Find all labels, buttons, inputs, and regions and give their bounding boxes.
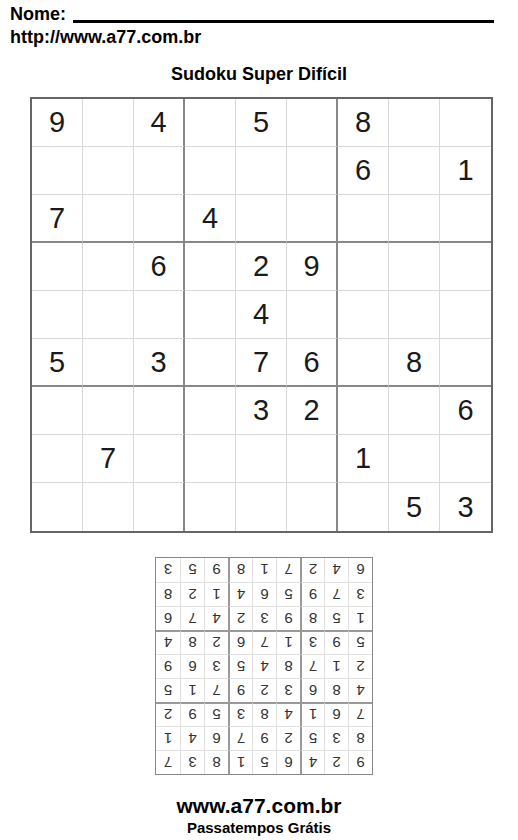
solution-cell-r2c7: 6 xyxy=(204,726,228,750)
puzzle-cell-r5c3 xyxy=(134,291,185,339)
puzzle-cell-r6c5: 7 xyxy=(236,339,287,387)
puzzle-cell-r8c8 xyxy=(389,435,440,483)
puzzle-cell-r6c2 xyxy=(83,339,134,387)
solution-cell-r9c2: 4 xyxy=(324,558,348,582)
puzzle-cell-r4c3: 6 xyxy=(134,243,185,291)
puzzle-cell-r8c1 xyxy=(32,435,83,483)
solution-cell-r6c4: 1 xyxy=(276,630,300,654)
puzzle-cell-r1c8 xyxy=(389,99,440,147)
solution-cell-r4c5: 2 xyxy=(252,678,276,702)
solution-cell-r3c3: 1 xyxy=(300,702,324,726)
solution-cell-r5c9: 9 xyxy=(156,654,180,678)
puzzle-cell-r7c1 xyxy=(32,387,83,435)
solution-cell-r2c2: 3 xyxy=(324,726,348,750)
solution-cell-r6c7: 2 xyxy=(204,630,228,654)
solution-cell-r9c5: 1 xyxy=(252,558,276,582)
puzzle-cell-r7c5: 3 xyxy=(236,387,287,435)
puzzle-cell-r6c8: 8 xyxy=(389,339,440,387)
puzzle-cell-r9c6 xyxy=(287,483,338,531)
solution-cell-r4c3: 6 xyxy=(300,678,324,702)
solution-cell-r8c5: 6 xyxy=(252,582,276,606)
puzzle-cell-r6c6: 6 xyxy=(287,339,338,387)
solution-cell-r9c1: 6 xyxy=(348,558,372,582)
puzzle-cell-r3c2 xyxy=(83,195,134,243)
solution-cell-r9c8: 5 xyxy=(180,558,204,582)
puzzle-cell-r9c1 xyxy=(32,483,83,531)
solution-cell-r8c3: 9 xyxy=(300,582,324,606)
solution-cell-r9c6: 8 xyxy=(228,558,252,582)
puzzle-cell-r4c8 xyxy=(389,243,440,291)
puzzle-cell-r8c6 xyxy=(287,435,338,483)
puzzle-cell-r5c2 xyxy=(83,291,134,339)
puzzle-cell-r5c5: 4 xyxy=(236,291,287,339)
puzzle-cell-r4c2 xyxy=(83,243,134,291)
solution-cell-r7c2: 5 xyxy=(324,606,348,630)
solution-cell-r8c1: 3 xyxy=(348,582,372,606)
solution-cell-r6c1: 5 xyxy=(348,630,372,654)
solution-grid: 9246518378352976417614835924863297152178… xyxy=(155,557,373,775)
puzzle-cell-r2c9: 1 xyxy=(440,147,491,195)
solution-cell-r3c5: 8 xyxy=(252,702,276,726)
puzzle-cell-r5c4 xyxy=(185,291,236,339)
puzzle-cell-r6c9 xyxy=(440,339,491,387)
puzzle-cell-r4c6: 9 xyxy=(287,243,338,291)
puzzle-cell-r3c3 xyxy=(134,195,185,243)
solution-cell-r6c8: 8 xyxy=(180,630,204,654)
solution-cell-r6c2: 9 xyxy=(324,630,348,654)
solution-cell-r2c6: 7 xyxy=(228,726,252,750)
solution-cell-r5c4: 8 xyxy=(276,654,300,678)
puzzle-cell-r1c3: 4 xyxy=(134,99,185,147)
puzzle-cell-r9c3 xyxy=(134,483,185,531)
puzzle-cell-r2c6 xyxy=(287,147,338,195)
solution-cell-r1c9: 7 xyxy=(156,750,180,774)
solution-cell-r1c1: 9 xyxy=(348,750,372,774)
puzzle-cell-r2c3 xyxy=(134,147,185,195)
puzzle-cell-r1c2 xyxy=(83,99,134,147)
solution-cell-r1c8: 3 xyxy=(180,750,204,774)
solution-cell-r3c6: 3 xyxy=(228,702,252,726)
solution-cell-r4c7: 7 xyxy=(204,678,228,702)
puzzle-cell-r3c7 xyxy=(338,195,389,243)
puzzle-cell-r6c4 xyxy=(185,339,236,387)
solution-cell-r3c8: 9 xyxy=(180,702,204,726)
solution-cell-r6c5: 7 xyxy=(252,630,276,654)
solution-cell-r8c9: 8 xyxy=(156,582,180,606)
puzzle-cell-r3c6 xyxy=(287,195,338,243)
puzzle-cell-r1c1: 9 xyxy=(32,99,83,147)
puzzle-cell-r4c9 xyxy=(440,243,491,291)
solution-cell-r3c1: 7 xyxy=(348,702,372,726)
solution-cell-r6c9: 4 xyxy=(156,630,180,654)
solution-cell-r3c2: 6 xyxy=(324,702,348,726)
puzzle-cell-r5c6 xyxy=(287,291,338,339)
puzzle-cell-r8c5 xyxy=(236,435,287,483)
puzzle-cell-r4c4 xyxy=(185,243,236,291)
puzzle-cell-r2c8 xyxy=(389,147,440,195)
solution-cell-r4c1: 4 xyxy=(348,678,372,702)
solution-cell-r5c3: 7 xyxy=(300,654,324,678)
name-label: Nome: xyxy=(10,4,66,25)
solution-cell-r5c1: 2 xyxy=(348,654,372,678)
puzzle-cell-r6c1: 5 xyxy=(32,339,83,387)
puzzle-cell-r5c7 xyxy=(338,291,389,339)
puzzle-cell-r1c6 xyxy=(287,99,338,147)
puzzle-cell-r9c5 xyxy=(236,483,287,531)
solution-cell-r2c4: 2 xyxy=(276,726,300,750)
solution-cell-r1c4: 6 xyxy=(276,750,300,774)
solution-cell-r1c3: 4 xyxy=(300,750,324,774)
puzzle-cell-r5c1 xyxy=(32,291,83,339)
puzzle-cell-r3c8 xyxy=(389,195,440,243)
puzzle-cell-r9c2 xyxy=(83,483,134,531)
puzzle-cell-r9c7 xyxy=(338,483,389,531)
solution-cell-r7c4: 9 xyxy=(276,606,300,630)
solution-cell-r4c2: 8 xyxy=(324,678,348,702)
puzzle-cell-r1c7: 8 xyxy=(338,99,389,147)
puzzle-cell-r6c3: 3 xyxy=(134,339,185,387)
puzzle-cell-r2c7: 6 xyxy=(338,147,389,195)
footer-site: www.a77.com.br xyxy=(0,794,518,818)
puzzle-cell-r7c6: 2 xyxy=(287,387,338,435)
puzzle-cell-r4c7 xyxy=(338,243,389,291)
solution-cell-r9c3: 2 xyxy=(300,558,324,582)
solution-cell-r9c4: 7 xyxy=(276,558,300,582)
solution-cell-r6c6: 6 xyxy=(228,630,252,654)
puzzle-cell-r3c1: 7 xyxy=(32,195,83,243)
solution-cell-r5c7: 3 xyxy=(204,654,228,678)
name-blank-line xyxy=(73,20,494,23)
solution-cell-r3c7: 5 xyxy=(204,702,228,726)
puzzle-cell-r9c8: 5 xyxy=(389,483,440,531)
puzzle-cell-r2c4 xyxy=(185,147,236,195)
solution-cell-r5c6: 5 xyxy=(228,654,252,678)
solution-cell-r7c8: 7 xyxy=(180,606,204,630)
puzzle-cell-r7c7 xyxy=(338,387,389,435)
solution-cell-r1c5: 5 xyxy=(252,750,276,774)
solution-cell-r6c3: 3 xyxy=(300,630,324,654)
solution-cell-r8c8: 2 xyxy=(180,582,204,606)
puzzle-cell-r7c3 xyxy=(134,387,185,435)
solution-cell-r7c6: 2 xyxy=(228,606,252,630)
puzzle-cell-r3c4: 4 xyxy=(185,195,236,243)
solution-cell-r8c4: 5 xyxy=(276,582,300,606)
solution-cell-r8c6: 4 xyxy=(228,582,252,606)
solution-cell-r7c1: 1 xyxy=(348,606,372,630)
solution-cell-r7c3: 8 xyxy=(300,606,324,630)
puzzle-grid: 945861746294537683267153 xyxy=(30,97,493,533)
solution-cell-r7c9: 6 xyxy=(156,606,180,630)
puzzle-cell-r7c9: 6 xyxy=(440,387,491,435)
solution-cell-r4c6: 9 xyxy=(228,678,252,702)
solution-cell-r8c7: 1 xyxy=(204,582,228,606)
puzzle-cell-r7c4 xyxy=(185,387,236,435)
puzzle-cell-r1c4 xyxy=(185,99,236,147)
solution-cell-r4c4: 3 xyxy=(276,678,300,702)
solution-cell-r2c1: 8 xyxy=(348,726,372,750)
sudoku-print-page: Nome: http://www.a77.com.br Sudoku Super… xyxy=(0,0,518,840)
puzzle-cell-r2c1 xyxy=(32,147,83,195)
solution-cell-r2c8: 4 xyxy=(180,726,204,750)
puzzle-cell-r2c2 xyxy=(83,147,134,195)
solution-cell-r3c9: 2 xyxy=(156,702,180,726)
puzzle-cell-r3c9 xyxy=(440,195,491,243)
solution-cell-r1c6: 1 xyxy=(228,750,252,774)
puzzle-cell-r5c8 xyxy=(389,291,440,339)
solution-cell-r7c5: 3 xyxy=(252,606,276,630)
puzzle-cell-r8c2: 7 xyxy=(83,435,134,483)
solution-cell-r8c2: 7 xyxy=(324,582,348,606)
puzzle-cell-r4c1 xyxy=(32,243,83,291)
header-url: http://www.a77.com.br xyxy=(10,27,201,48)
solution-cell-r7c7: 4 xyxy=(204,606,228,630)
solution-cell-r5c2: 1 xyxy=(324,654,348,678)
puzzle-cell-r4c5: 2 xyxy=(236,243,287,291)
page-title: Sudoku Super Difícil xyxy=(0,64,518,85)
puzzle-cell-r9c4 xyxy=(185,483,236,531)
puzzle-cell-r1c9 xyxy=(440,99,491,147)
footer-tagline: Passatempos Grátis xyxy=(0,819,518,836)
solution-cell-r2c5: 9 xyxy=(252,726,276,750)
puzzle-cell-r5c9 xyxy=(440,291,491,339)
puzzle-cell-r8c7: 1 xyxy=(338,435,389,483)
puzzle-cell-r8c4 xyxy=(185,435,236,483)
puzzle-cell-r7c2 xyxy=(83,387,134,435)
solution-cell-r1c7: 8 xyxy=(204,750,228,774)
solution-cell-r2c3: 5 xyxy=(300,726,324,750)
puzzle-cell-r8c9 xyxy=(440,435,491,483)
puzzle-cell-r9c9: 3 xyxy=(440,483,491,531)
puzzle-cell-r3c5 xyxy=(236,195,287,243)
solution-cell-r3c4: 4 xyxy=(276,702,300,726)
puzzle-cell-r8c3 xyxy=(134,435,185,483)
solution-cell-r4c9: 5 xyxy=(156,678,180,702)
solution-cell-r1c2: 2 xyxy=(324,750,348,774)
puzzle-cell-r2c5 xyxy=(236,147,287,195)
puzzle-cell-r7c8 xyxy=(389,387,440,435)
solution-cell-r9c9: 3 xyxy=(156,558,180,582)
solution-cell-r5c8: 6 xyxy=(180,654,204,678)
solution-cell-r9c7: 9 xyxy=(204,558,228,582)
puzzle-cell-r1c5: 5 xyxy=(236,99,287,147)
solution-cell-r4c8: 1 xyxy=(180,678,204,702)
solution-cell-r5c5: 4 xyxy=(252,654,276,678)
solution-cell-r2c9: 1 xyxy=(156,726,180,750)
puzzle-cell-r6c7 xyxy=(338,339,389,387)
